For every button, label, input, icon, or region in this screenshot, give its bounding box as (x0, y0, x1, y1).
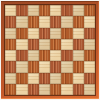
square-c4[interactable] (28, 50, 39, 61)
square-b1[interactable] (16, 84, 27, 95)
square-d8[interactable] (39, 5, 50, 16)
square-h4[interactable] (84, 50, 95, 61)
square-c6[interactable] (28, 28, 39, 39)
square-h8[interactable] (84, 5, 95, 16)
square-g7[interactable] (73, 16, 84, 27)
square-g6[interactable] (73, 28, 84, 39)
square-e7[interactable] (50, 16, 61, 27)
square-b7[interactable] (16, 16, 27, 27)
square-f6[interactable] (61, 28, 72, 39)
square-a2[interactable] (5, 73, 16, 84)
square-c5[interactable] (28, 39, 39, 50)
square-d3[interactable] (39, 61, 50, 72)
square-h3[interactable] (84, 61, 95, 72)
square-g8[interactable] (73, 5, 84, 16)
square-h2[interactable] (84, 73, 95, 84)
square-f8[interactable] (61, 5, 72, 16)
square-f3[interactable] (61, 61, 72, 72)
square-g5[interactable] (73, 39, 84, 50)
square-b6[interactable] (16, 28, 27, 39)
square-f4[interactable] (61, 50, 72, 61)
board-frame (1, 1, 99, 99)
square-c3[interactable] (28, 61, 39, 72)
square-f1[interactable] (61, 84, 72, 95)
square-c2[interactable] (28, 73, 39, 84)
square-a1[interactable] (5, 84, 16, 95)
square-c1[interactable] (28, 84, 39, 95)
square-b3[interactable] (16, 61, 27, 72)
square-h1[interactable] (84, 84, 95, 95)
square-f7[interactable] (61, 16, 72, 27)
square-h6[interactable] (84, 28, 95, 39)
square-e1[interactable] (50, 84, 61, 95)
square-a3[interactable] (5, 61, 16, 72)
square-a7[interactable] (5, 16, 16, 27)
square-e6[interactable] (50, 28, 61, 39)
square-g3[interactable] (73, 61, 84, 72)
square-f2[interactable] (61, 73, 72, 84)
square-b2[interactable] (16, 73, 27, 84)
square-b8[interactable] (16, 5, 27, 16)
square-b5[interactable] (16, 39, 27, 50)
square-d5[interactable] (39, 39, 50, 50)
square-a6[interactable] (5, 28, 16, 39)
square-c7[interactable] (28, 16, 39, 27)
square-a5[interactable] (5, 39, 16, 50)
square-g1[interactable] (73, 84, 84, 95)
square-c8[interactable] (28, 5, 39, 16)
square-g2[interactable] (73, 73, 84, 84)
square-d2[interactable] (39, 73, 50, 84)
square-g4[interactable] (73, 50, 84, 61)
square-a4[interactable] (5, 50, 16, 61)
square-d6[interactable] (39, 28, 50, 39)
square-f5[interactable] (61, 39, 72, 50)
square-b4[interactable] (16, 50, 27, 61)
chess-board (5, 5, 95, 95)
square-e8[interactable] (50, 5, 61, 16)
square-d4[interactable] (39, 50, 50, 61)
square-h5[interactable] (84, 39, 95, 50)
square-e2[interactable] (50, 73, 61, 84)
square-e3[interactable] (50, 61, 61, 72)
square-h7[interactable] (84, 16, 95, 27)
board-photo (0, 0, 100, 100)
square-e5[interactable] (50, 39, 61, 50)
square-a8[interactable] (5, 5, 16, 16)
square-d7[interactable] (39, 16, 50, 27)
square-e4[interactable] (50, 50, 61, 61)
square-d1[interactable] (39, 84, 50, 95)
